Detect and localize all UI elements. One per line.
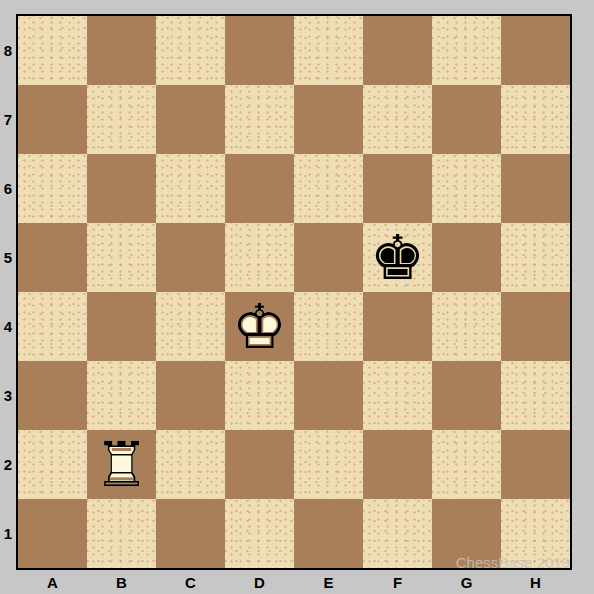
square-b8[interactable] xyxy=(87,16,156,85)
square-g6[interactable] xyxy=(432,154,501,223)
square-e6[interactable] xyxy=(294,154,363,223)
file-label-h: H xyxy=(501,572,570,592)
rank-label-5: 5 xyxy=(0,223,16,292)
square-b2[interactable]: ♜♖ xyxy=(87,430,156,499)
white-rook-outline-glyph: ♖ xyxy=(87,430,156,499)
square-d7[interactable] xyxy=(225,85,294,154)
square-a8[interactable] xyxy=(18,16,87,85)
file-label-f: F xyxy=(363,572,432,592)
square-c4[interactable] xyxy=(156,292,225,361)
black-king-glyph: ♚ xyxy=(363,223,432,292)
square-c3[interactable] xyxy=(156,361,225,430)
square-c8[interactable] xyxy=(156,16,225,85)
square-c7[interactable] xyxy=(156,85,225,154)
square-d6[interactable] xyxy=(225,154,294,223)
square-h5[interactable] xyxy=(501,223,570,292)
file-label-b: B xyxy=(87,572,156,592)
square-a3[interactable] xyxy=(18,361,87,430)
square-g2[interactable] xyxy=(432,430,501,499)
rank-label-6: 6 xyxy=(0,154,16,223)
rank-label-3: 3 xyxy=(0,361,16,430)
black-king-f5[interactable]: ♚ xyxy=(363,223,432,292)
white-king-d4[interactable]: ♚♔ xyxy=(225,292,294,361)
square-h6[interactable] xyxy=(501,154,570,223)
square-c2[interactable] xyxy=(156,430,225,499)
square-h4[interactable] xyxy=(501,292,570,361)
square-h3[interactable] xyxy=(501,361,570,430)
square-e8[interactable] xyxy=(294,16,363,85)
square-b7[interactable] xyxy=(87,85,156,154)
square-c5[interactable] xyxy=(156,223,225,292)
file-label-g: G xyxy=(432,572,501,592)
square-b4[interactable] xyxy=(87,292,156,361)
file-label-e: E xyxy=(294,572,363,592)
square-c1[interactable] xyxy=(156,499,225,568)
square-e7[interactable] xyxy=(294,85,363,154)
rank-label-4: 4 xyxy=(0,292,16,361)
rank-label-1: 1 xyxy=(0,499,16,568)
square-c6[interactable] xyxy=(156,154,225,223)
square-b1[interactable] xyxy=(87,499,156,568)
square-e1[interactable] xyxy=(294,499,363,568)
square-d1[interactable] xyxy=(225,499,294,568)
square-f5[interactable]: ♚ xyxy=(363,223,432,292)
file-label-a: A xyxy=(18,572,87,592)
file-label-d: D xyxy=(225,572,294,592)
file-labels: ABCDEFGH xyxy=(18,572,570,592)
square-g5[interactable] xyxy=(432,223,501,292)
square-a6[interactable] xyxy=(18,154,87,223)
square-a7[interactable] xyxy=(18,85,87,154)
square-f7[interactable] xyxy=(363,85,432,154)
square-a5[interactable] xyxy=(18,223,87,292)
square-d4[interactable]: ♚♔ xyxy=(225,292,294,361)
square-f6[interactable] xyxy=(363,154,432,223)
white-king-outline-glyph: ♔ xyxy=(225,292,294,361)
square-g1[interactable] xyxy=(432,499,501,568)
square-h8[interactable] xyxy=(501,16,570,85)
square-f1[interactable] xyxy=(363,499,432,568)
square-b6[interactable] xyxy=(87,154,156,223)
square-g8[interactable] xyxy=(432,16,501,85)
rank-labels: 87654321 xyxy=(0,16,16,568)
square-f8[interactable] xyxy=(363,16,432,85)
rank-label-7: 7 xyxy=(0,85,16,154)
square-d2[interactable] xyxy=(225,430,294,499)
square-f3[interactable] xyxy=(363,361,432,430)
square-d3[interactable] xyxy=(225,361,294,430)
square-h7[interactable] xyxy=(501,85,570,154)
square-g3[interactable] xyxy=(432,361,501,430)
square-h1[interactable] xyxy=(501,499,570,568)
white-rook-b2[interactable]: ♜♖ xyxy=(87,430,156,499)
square-f4[interactable] xyxy=(363,292,432,361)
square-d8[interactable] xyxy=(225,16,294,85)
square-g4[interactable] xyxy=(432,292,501,361)
square-h2[interactable] xyxy=(501,430,570,499)
square-f2[interactable] xyxy=(363,430,432,499)
chess-board: ♚♚♔♜♖ xyxy=(16,14,572,570)
rank-label-8: 8 xyxy=(0,16,16,85)
square-e4[interactable] xyxy=(294,292,363,361)
square-a2[interactable] xyxy=(18,430,87,499)
file-label-c: C xyxy=(156,572,225,592)
square-e5[interactable] xyxy=(294,223,363,292)
square-e2[interactable] xyxy=(294,430,363,499)
square-e3[interactable] xyxy=(294,361,363,430)
rank-label-2: 2 xyxy=(0,430,16,499)
square-a1[interactable] xyxy=(18,499,87,568)
chessbase-board-diagram: 87654321 ♚♚♔♜♖ ABCDEFGH ChessBase 2019 xyxy=(0,0,594,594)
square-a4[interactable] xyxy=(18,292,87,361)
square-g7[interactable] xyxy=(432,85,501,154)
square-b5[interactable] xyxy=(87,223,156,292)
square-b3[interactable] xyxy=(87,361,156,430)
square-d5[interactable] xyxy=(225,223,294,292)
